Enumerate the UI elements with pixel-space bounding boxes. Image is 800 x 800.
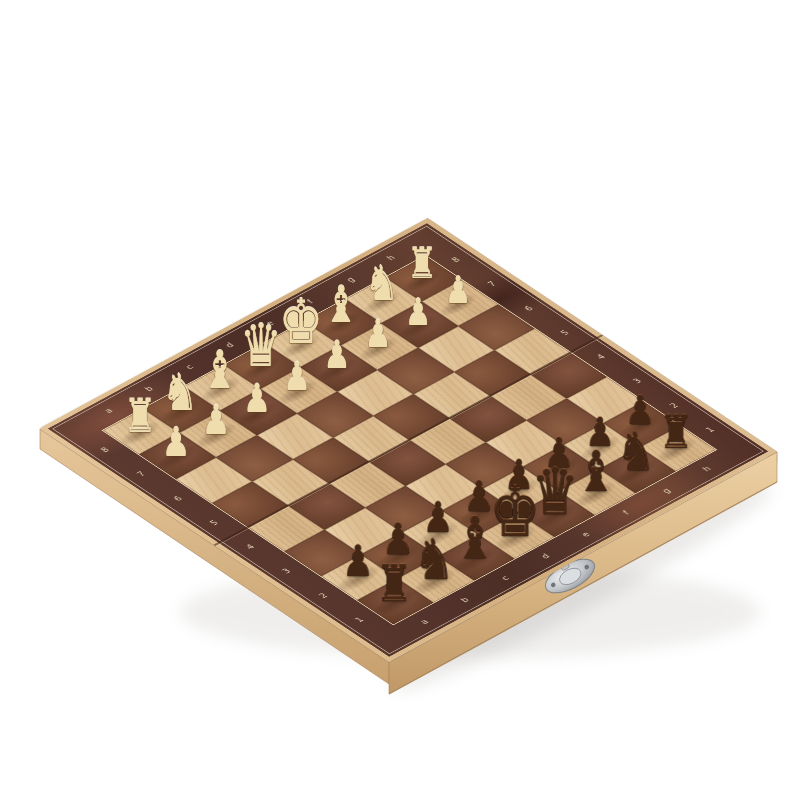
product-photo-stage: aabbccddeeffgghh8877665544332211 ♜♞♝♛♚♝♞… <box>0 0 800 800</box>
box-side-right <box>427 218 777 463</box>
box-side-left <box>40 429 389 684</box>
box-body-graphic <box>0 0 800 800</box>
